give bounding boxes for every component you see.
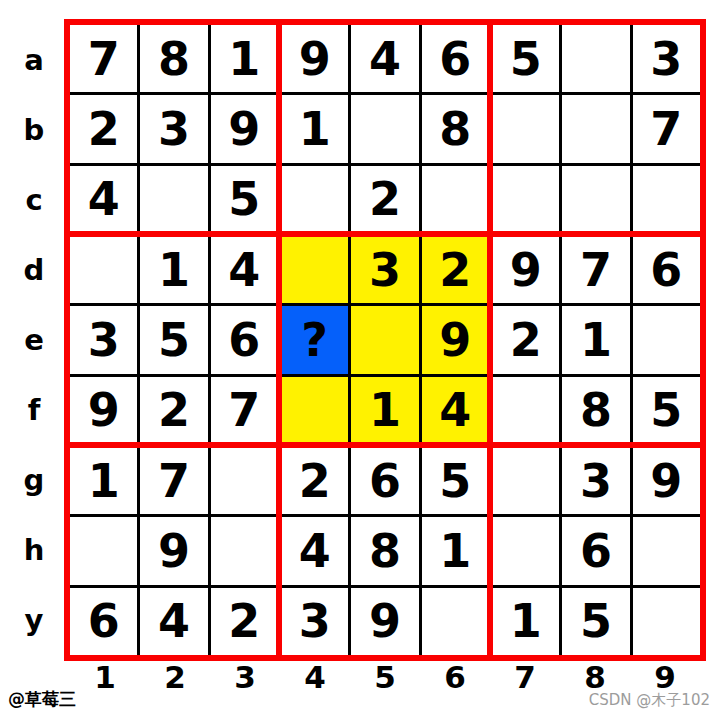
- cell-g8[interactable]: 3: [562, 447, 629, 514]
- cell-d6[interactable]: 2: [422, 236, 489, 303]
- col-label-2: 2: [140, 657, 210, 697]
- cell-a6[interactable]: 6: [422, 25, 489, 92]
- cell-b2[interactable]: 3: [140, 95, 207, 162]
- cell-f1[interactable]: 9: [70, 377, 137, 444]
- cell-g1[interactable]: 1: [70, 447, 137, 514]
- box-separator-horizontal-bottom: [64, 442, 706, 448]
- cell-f7[interactable]: [492, 377, 559, 444]
- cell-c4[interactable]: [281, 166, 348, 233]
- cell-h4[interactable]: 4: [281, 517, 348, 584]
- cell-h8[interactable]: 6: [562, 517, 629, 584]
- cell-b9[interactable]: 7: [633, 95, 700, 162]
- cell-a9[interactable]: 3: [633, 25, 700, 92]
- cell-y6[interactable]: [422, 588, 489, 655]
- col-label-5: 5: [350, 657, 420, 697]
- cell-g2[interactable]: 7: [140, 447, 207, 514]
- cell-a1[interactable]: 7: [70, 25, 137, 92]
- cell-y9[interactable]: [633, 588, 700, 655]
- cell-f6[interactable]: 4: [422, 377, 489, 444]
- cell-f3[interactable]: 7: [211, 377, 278, 444]
- cell-d5[interactable]: 3: [351, 236, 418, 303]
- cell-g7[interactable]: [492, 447, 559, 514]
- col-label-7: 7: [490, 657, 560, 697]
- cell-a3[interactable]: 1: [211, 25, 278, 92]
- cell-e5[interactable]: [351, 306, 418, 373]
- box-separator-vertical-right: [487, 19, 493, 661]
- row-label-b: b: [12, 95, 56, 165]
- cell-f2[interactable]: 2: [140, 377, 207, 444]
- cell-d9[interactable]: 6: [633, 236, 700, 303]
- cell-b1[interactable]: 2: [70, 95, 137, 162]
- cell-e6[interactable]: 9: [422, 306, 489, 373]
- cell-y2[interactable]: 4: [140, 588, 207, 655]
- cell-a7[interactable]: 5: [492, 25, 559, 92]
- col-label-4: 4: [280, 657, 350, 697]
- cell-e2[interactable]: 5: [140, 306, 207, 373]
- cell-a8[interactable]: [562, 25, 629, 92]
- cell-d8[interactable]: 7: [562, 236, 629, 303]
- cell-e4[interactable]: ?: [281, 306, 348, 373]
- col-label-3: 3: [210, 657, 280, 697]
- box-separator-vertical-left: [276, 19, 282, 661]
- cell-g5[interactable]: 6: [351, 447, 418, 514]
- sudoku-grid: 781946532391874521432976356?921927148517…: [70, 25, 700, 655]
- cell-c9[interactable]: [633, 166, 700, 233]
- cell-b4[interactable]: 1: [281, 95, 348, 162]
- cell-y8[interactable]: 5: [562, 588, 629, 655]
- cell-c8[interactable]: [562, 166, 629, 233]
- cell-h9[interactable]: [633, 517, 700, 584]
- cell-h6[interactable]: 1: [422, 517, 489, 584]
- sudoku-board: 781946532391874521432976356?921927148517…: [64, 19, 706, 661]
- cell-h1[interactable]: [70, 517, 137, 584]
- cell-c3[interactable]: 5: [211, 166, 278, 233]
- cell-y3[interactable]: 2: [211, 588, 278, 655]
- cell-d3[interactable]: 4: [211, 236, 278, 303]
- cell-y1[interactable]: 6: [70, 588, 137, 655]
- cell-d1[interactable]: [70, 236, 137, 303]
- sudoku-screenshot: abcdefghy 123456789 78194653239187452143…: [0, 0, 720, 720]
- cell-b6[interactable]: 8: [422, 95, 489, 162]
- cell-e8[interactable]: 1: [562, 306, 629, 373]
- cell-g4[interactable]: 2: [281, 447, 348, 514]
- cell-b8[interactable]: [562, 95, 629, 162]
- cell-f8[interactable]: 8: [562, 377, 629, 444]
- cell-y7[interactable]: 1: [492, 588, 559, 655]
- watermark-author: @草莓三: [8, 688, 76, 711]
- box-separator-horizontal-top: [64, 231, 706, 237]
- row-label-g: g: [12, 445, 56, 515]
- col-label-6: 6: [420, 657, 490, 697]
- cell-y5[interactable]: 9: [351, 588, 418, 655]
- cell-e1[interactable]: 3: [70, 306, 137, 373]
- cell-d7[interactable]: 9: [492, 236, 559, 303]
- cell-g9[interactable]: 9: [633, 447, 700, 514]
- col-label-1: 1: [70, 657, 140, 697]
- cell-e7[interactable]: 2: [492, 306, 559, 373]
- cell-h3[interactable]: [211, 517, 278, 584]
- row-label-h: h: [12, 515, 56, 585]
- cell-h7[interactable]: [492, 517, 559, 584]
- cell-c1[interactable]: 4: [70, 166, 137, 233]
- cell-y4[interactable]: 3: [281, 588, 348, 655]
- cell-f4[interactable]: [281, 377, 348, 444]
- cell-g6[interactable]: 5: [422, 447, 489, 514]
- cell-c5[interactable]: 2: [351, 166, 418, 233]
- cell-f5[interactable]: 1: [351, 377, 418, 444]
- cell-e3[interactable]: 6: [211, 306, 278, 373]
- cell-c7[interactable]: [492, 166, 559, 233]
- row-label-e: e: [12, 305, 56, 375]
- cell-d2[interactable]: 1: [140, 236, 207, 303]
- row-label-c: c: [12, 165, 56, 235]
- cell-h5[interactable]: 8: [351, 517, 418, 584]
- row-label-a: a: [12, 25, 56, 95]
- cell-b7[interactable]: [492, 95, 559, 162]
- cell-c6[interactable]: [422, 166, 489, 233]
- cell-h2[interactable]: 9: [140, 517, 207, 584]
- cell-a4[interactable]: 9: [281, 25, 348, 92]
- cell-f9[interactable]: 5: [633, 377, 700, 444]
- cell-b5[interactable]: [351, 95, 418, 162]
- cell-e9[interactable]: [633, 306, 700, 373]
- watermark-csdn: CSDN @木子102: [589, 691, 710, 710]
- row-label-y: y: [12, 585, 56, 655]
- row-label-f: f: [12, 375, 56, 445]
- row-label-d: d: [12, 235, 56, 305]
- cell-g3[interactable]: [211, 447, 278, 514]
- cell-c2[interactable]: [140, 166, 207, 233]
- cell-d4[interactable]: [281, 236, 348, 303]
- cell-a2[interactable]: 8: [140, 25, 207, 92]
- cell-b3[interactable]: 9: [211, 95, 278, 162]
- cell-a5[interactable]: 4: [351, 25, 418, 92]
